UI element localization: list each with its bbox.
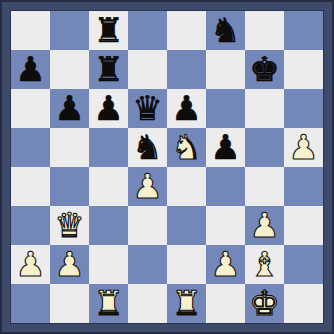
square-c3[interactable]: [89, 206, 128, 245]
square-b2[interactable]: ♟: [50, 245, 89, 284]
square-a2[interactable]: ♟: [11, 245, 50, 284]
square-e2[interactable]: [167, 245, 206, 284]
square-d4[interactable]: ♟: [128, 167, 167, 206]
square-c2[interactable]: [89, 245, 128, 284]
chess-board: ♜♞♟♜♚♟♟♛♟♞♞♟♟♟♛♟♟♟♟♝♜♜♚: [10, 10, 324, 324]
white-pawn[interactable]: ♟: [132, 167, 162, 206]
black-king[interactable]: ♚: [249, 50, 279, 89]
square-g7[interactable]: ♚: [245, 50, 284, 89]
white-queen[interactable]: ♛: [54, 206, 84, 245]
square-b8[interactable]: [50, 11, 89, 50]
square-g8[interactable]: [245, 11, 284, 50]
square-a6[interactable]: [11, 89, 50, 128]
square-f6[interactable]: [206, 89, 245, 128]
white-pawn[interactable]: ♟: [54, 245, 84, 284]
square-b3[interactable]: ♛: [50, 206, 89, 245]
square-d3[interactable]: [128, 206, 167, 245]
square-c6[interactable]: ♟: [89, 89, 128, 128]
black-knight[interactable]: ♞: [210, 11, 240, 50]
square-h7[interactable]: [284, 50, 323, 89]
square-e8[interactable]: [167, 11, 206, 50]
square-e7[interactable]: [167, 50, 206, 89]
square-e5[interactable]: ♞: [167, 128, 206, 167]
square-a3[interactable]: [11, 206, 50, 245]
white-pawn[interactable]: ♟: [210, 245, 240, 284]
square-c7[interactable]: ♜: [89, 50, 128, 89]
white-knight[interactable]: ♞: [171, 128, 201, 167]
square-a5[interactable]: [11, 128, 50, 167]
square-h8[interactable]: [284, 11, 323, 50]
square-h1[interactable]: [284, 284, 323, 323]
square-b5[interactable]: [50, 128, 89, 167]
square-e6[interactable]: ♟: [167, 89, 206, 128]
square-c8[interactable]: ♜: [89, 11, 128, 50]
square-b1[interactable]: [50, 284, 89, 323]
square-d5[interactable]: ♞: [128, 128, 167, 167]
white-pawn[interactable]: ♟: [288, 128, 318, 167]
square-b6[interactable]: ♟: [50, 89, 89, 128]
black-knight[interactable]: ♞: [132, 128, 162, 167]
square-f8[interactable]: ♞: [206, 11, 245, 50]
board-frame: ♜♞♟♜♚♟♟♛♟♞♞♟♟♟♛♟♟♟♟♝♜♜♚: [0, 0, 334, 334]
square-g5[interactable]: [245, 128, 284, 167]
square-g3[interactable]: ♟: [245, 206, 284, 245]
square-b7[interactable]: [50, 50, 89, 89]
black-pawn[interactable]: ♟: [15, 50, 45, 89]
square-f7[interactable]: [206, 50, 245, 89]
square-d7[interactable]: [128, 50, 167, 89]
white-rook[interactable]: ♜: [93, 284, 123, 323]
black-pawn[interactable]: ♟: [210, 128, 240, 167]
square-g4[interactable]: [245, 167, 284, 206]
black-queen[interactable]: ♛: [132, 89, 162, 128]
black-rook[interactable]: ♜: [93, 11, 123, 50]
square-h4[interactable]: [284, 167, 323, 206]
square-c5[interactable]: [89, 128, 128, 167]
white-bishop[interactable]: ♝: [249, 245, 279, 284]
square-e3[interactable]: [167, 206, 206, 245]
white-pawn[interactable]: ♟: [249, 206, 279, 245]
square-h5[interactable]: ♟: [284, 128, 323, 167]
black-pawn[interactable]: ♟: [93, 89, 123, 128]
square-b4[interactable]: [50, 167, 89, 206]
square-f4[interactable]: [206, 167, 245, 206]
square-f2[interactable]: ♟: [206, 245, 245, 284]
square-h3[interactable]: [284, 206, 323, 245]
square-d1[interactable]: [128, 284, 167, 323]
black-pawn[interactable]: ♟: [54, 89, 84, 128]
square-h6[interactable]: [284, 89, 323, 128]
square-g1[interactable]: ♚: [245, 284, 284, 323]
square-d6[interactable]: ♛: [128, 89, 167, 128]
square-a8[interactable]: [11, 11, 50, 50]
white-rook[interactable]: ♜: [171, 284, 201, 323]
black-pawn[interactable]: ♟: [171, 89, 201, 128]
square-a1[interactable]: [11, 284, 50, 323]
square-d2[interactable]: [128, 245, 167, 284]
square-f5[interactable]: ♟: [206, 128, 245, 167]
square-e4[interactable]: [167, 167, 206, 206]
square-a4[interactable]: [11, 167, 50, 206]
square-g6[interactable]: [245, 89, 284, 128]
square-h2[interactable]: [284, 245, 323, 284]
black-rook[interactable]: ♜: [93, 50, 123, 89]
square-f3[interactable]: [206, 206, 245, 245]
square-e1[interactable]: ♜: [167, 284, 206, 323]
square-g2[interactable]: ♝: [245, 245, 284, 284]
square-c1[interactable]: ♜: [89, 284, 128, 323]
square-c4[interactable]: [89, 167, 128, 206]
white-king[interactable]: ♚: [249, 284, 279, 323]
square-a7[interactable]: ♟: [11, 50, 50, 89]
square-d8[interactable]: [128, 11, 167, 50]
white-pawn[interactable]: ♟: [15, 245, 45, 284]
square-f1[interactable]: [206, 284, 245, 323]
